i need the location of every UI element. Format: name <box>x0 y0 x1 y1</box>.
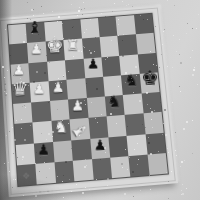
square-a3[interactable] <box>14 123 34 145</box>
noise-dot <box>182 193 184 195</box>
noise-dot <box>27 2 28 3</box>
noise-dot <box>192 50 193 51</box>
square-a8[interactable] <box>8 24 27 45</box>
square-f2[interactable] <box>108 135 128 157</box>
noise-dot <box>176 155 177 156</box>
piece-white-rook-d7[interactable]: ♜ <box>66 38 79 53</box>
square-g7[interactable] <box>118 34 138 55</box>
square-c2[interactable] <box>53 140 73 162</box>
noise-dot <box>41 6 42 7</box>
board-edge-text-bottom: ·•·•· <box>36 188 55 195</box>
piece-black-king-h5[interactable]: ♚ <box>141 68 159 88</box>
square-d1[interactable] <box>73 159 93 181</box>
piece-black-knight-f4[interactable]: ♞ <box>108 94 123 110</box>
square-h8[interactable] <box>134 14 154 35</box>
noise-dot <box>150 189 151 190</box>
piece-white-pawn-a6[interactable]: ♟ <box>13 63 26 77</box>
noise-dot <box>192 74 194 76</box>
noise-dot <box>187 23 188 24</box>
piece-black-pawn-e6[interactable]: ♟ <box>87 57 100 71</box>
noise-dot <box>52 11 53 12</box>
noise-dot <box>33 9 34 10</box>
square-c1[interactable] <box>54 161 74 183</box>
piece-black-pawn-b2[interactable]: ♟ <box>37 143 50 157</box>
noise-dot <box>176 51 177 52</box>
noise-dot <box>167 66 168 67</box>
noise-dot <box>181 194 182 195</box>
noise-dot <box>197 84 198 85</box>
noise-dot <box>182 184 183 185</box>
square-e1[interactable] <box>91 157 111 179</box>
square-f6[interactable] <box>101 55 121 76</box>
noise-dot <box>84 8 85 9</box>
square-e8[interactable] <box>80 18 100 39</box>
noise-dot <box>186 33 187 34</box>
noise-dot <box>172 102 173 103</box>
piece-white-pawn-d4[interactable]: ♟ <box>71 99 84 113</box>
noise-dot <box>192 28 193 29</box>
noise-dot <box>126 5 127 6</box>
noise-dot <box>81 9 82 10</box>
noise-dot <box>173 35 174 36</box>
piece-white-pawn-b7[interactable]: ♟ <box>30 42 42 56</box>
square-b3[interactable] <box>33 121 53 143</box>
square-d5[interactable] <box>67 78 87 99</box>
board-grid <box>7 13 169 187</box>
square-h7[interactable] <box>136 33 156 54</box>
photo-of-chess-board: ·•·•·•· ·•·•· ❖ ♝♟♚♜♟♟♛♟♟♞♚♟♞♞♝♟♟ <box>0 0 200 200</box>
piece-white-pawn-b5[interactable]: ♟ <box>33 82 46 96</box>
piece-white-pawn-c5[interactable]: ♟ <box>51 80 64 94</box>
board-edge-text-left: ·•·•·•· <box>3 80 9 99</box>
square-g2[interactable] <box>127 134 147 156</box>
noise-dot <box>192 120 193 121</box>
chess-board: ·•·•·•· ·•·•· ❖ ♝♟♚♜♟♟♛♟♟♞♚♟♞♞♝♟♟ <box>0 6 178 198</box>
noise-dot <box>83 2 84 3</box>
square-h1[interactable] <box>147 153 168 175</box>
piece-black-bishop-b8[interactable]: ♝ <box>27 20 42 36</box>
piece-black-pawn-e2[interactable]: ♟ <box>93 138 106 152</box>
noise-dot <box>175 132 176 133</box>
square-c6[interactable] <box>47 60 67 81</box>
noise-dot <box>164 29 165 30</box>
square-f8[interactable] <box>98 17 118 38</box>
noise-dot <box>31 9 33 11</box>
noise-dot <box>174 5 175 6</box>
square-g3[interactable] <box>125 114 145 136</box>
noise-dot <box>175 150 176 151</box>
noise-dot <box>63 197 64 198</box>
noise-dot <box>82 192 84 194</box>
noise-dot <box>186 188 187 189</box>
noise-dot <box>128 4 129 5</box>
square-e3[interactable] <box>88 117 108 139</box>
noise-dot <box>184 160 185 161</box>
square-a1[interactable] <box>17 164 37 186</box>
noise-dot <box>181 190 182 191</box>
noise-dot <box>193 69 195 71</box>
noise-dot <box>186 121 188 123</box>
noise-dot <box>122 1 123 2</box>
noise-dot <box>167 0 168 1</box>
square-g1[interactable] <box>129 154 150 176</box>
piece-white-king-c7[interactable]: ♚ <box>46 36 64 56</box>
noise-dot <box>179 39 180 40</box>
square-b1[interactable] <box>36 162 56 184</box>
noise-dot <box>179 54 180 55</box>
noise-dot <box>196 28 197 29</box>
noise-dot <box>133 196 134 197</box>
noise-dot <box>71 4 72 5</box>
noise-dot <box>140 190 141 191</box>
noise-dot <box>114 3 115 4</box>
noise-dot <box>180 91 181 92</box>
noise-dot <box>79 7 80 8</box>
piece-white-knight-c3[interactable]: ♞ <box>53 119 68 135</box>
square-h2[interactable] <box>145 132 166 154</box>
square-a4[interactable] <box>13 102 33 124</box>
noise-dot <box>179 86 180 87</box>
noise-dot <box>35 195 37 197</box>
square-g4[interactable] <box>123 93 143 115</box>
piece-white-queen-a5[interactable]: ♛ <box>12 79 29 98</box>
square-f3[interactable] <box>106 115 126 137</box>
noise-dot <box>190 57 191 58</box>
square-f7[interactable] <box>100 36 120 57</box>
piece-black-knight-g5[interactable]: ♞ <box>124 73 139 89</box>
noise-dot <box>172 67 173 68</box>
noise-dot <box>168 198 169 199</box>
noise-dot <box>192 153 193 154</box>
square-d6[interactable] <box>65 58 85 79</box>
square-e5[interactable] <box>85 77 105 98</box>
noise-dot <box>194 67 195 68</box>
noise-dot <box>198 14 199 15</box>
noise-dot <box>4 163 5 164</box>
noise-dot <box>124 193 126 195</box>
noise-dot <box>180 166 181 167</box>
noise-dot <box>163 31 164 32</box>
square-h3[interactable] <box>143 112 163 134</box>
noise-dot <box>180 62 182 64</box>
square-b4[interactable] <box>31 101 51 123</box>
square-a2[interactable] <box>16 143 36 165</box>
noise-dot <box>183 128 185 130</box>
square-g8[interactable] <box>116 15 136 36</box>
noise-dot <box>181 161 183 163</box>
square-f1[interactable] <box>110 156 130 178</box>
square-b6[interactable] <box>29 61 49 82</box>
square-h4[interactable] <box>141 92 161 114</box>
square-e4[interactable] <box>86 96 106 118</box>
